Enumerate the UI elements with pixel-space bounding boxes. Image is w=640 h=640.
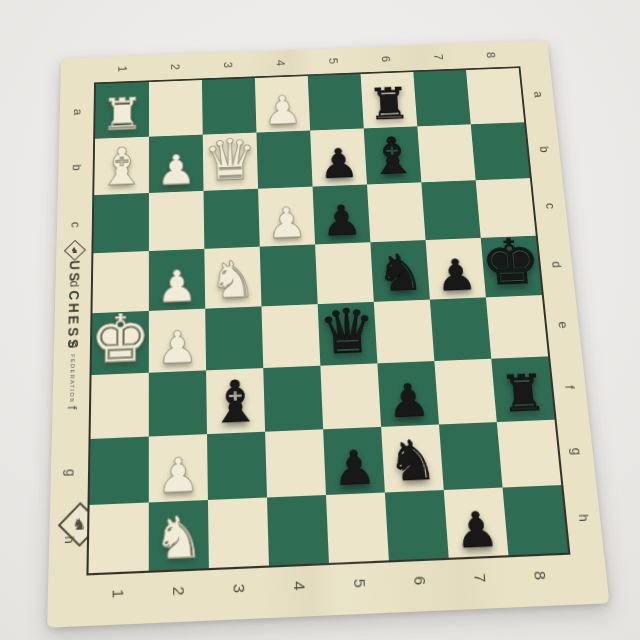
square-h3[interactable] [208,497,269,568]
square-f2[interactable] [149,370,207,436]
square-g6[interactable]: ♞ [381,424,444,492]
square-b3[interactable]: ♛ [203,133,258,191]
black-bishop-f3: ♝ [209,372,263,432]
square-c1[interactable] [93,193,149,253]
square-g5[interactable]: ♟ [323,427,385,495]
square-e8[interactable] [486,295,548,359]
square-b6[interactable]: ♝ [364,126,422,184]
square-c5[interactable]: ♟ [313,184,371,244]
square-g7[interactable] [439,422,503,490]
square-g4[interactable] [265,429,326,497]
square-g8[interactable] [497,420,561,488]
black-knight-d6: ♞ [375,248,426,300]
square-f4[interactable] [263,366,323,432]
us-chess-knight-icon: ♞ [64,240,86,261]
square-h6[interactable] [385,490,449,560]
square-d5[interactable] [315,242,374,304]
square-d7[interactable]: ♟ [426,238,486,300]
square-e2[interactable]: ♟ [149,309,206,373]
black-pawn-g5: ♟ [332,443,377,492]
square-e1[interactable]: ♚ [92,311,149,375]
square-d4[interactable] [260,244,318,306]
square-e3[interactable] [205,306,263,370]
square-b7[interactable] [417,124,475,182]
square-a5[interactable] [308,74,364,130]
square-f5[interactable] [320,363,381,429]
square-a8[interactable] [466,68,524,124]
black-pawn-f6: ♟ [386,377,431,425]
square-c2[interactable] [149,191,204,251]
square-d3[interactable]: ♞ [204,247,261,309]
us-chess-logo: ♞ US CHESS FEDERATION [57,242,90,406]
black-rook-a6: ♜ [366,81,412,126]
square-b8[interactable] [471,122,530,180]
white-pawn-a4: ♟ [263,90,303,131]
us-chess-logo-title: US CHESS [65,260,83,351]
square-g2[interactable]: ♟ [149,434,208,502]
square-h5[interactable] [326,493,389,563]
black-knight-g6: ♞ [386,433,439,490]
white-knight-h2: ♞ [153,509,204,569]
square-d6[interactable]: ♞ [370,240,430,302]
white-pawn-d2: ♟ [157,264,198,309]
white-pawn-c4: ♟ [266,201,307,244]
square-h2[interactable]: ♞ [149,500,209,571]
square-f8[interactable]: ♜ [491,356,554,422]
square-h7[interactable]: ♟ [444,488,509,558]
square-b2[interactable]: ♟ [149,135,204,193]
square-a3[interactable] [202,78,257,135]
square-c4[interactable]: ♟ [258,187,315,247]
board: ♜♟♜♝♟♛♟♝♟♟♟♞♞♟♚♚♟♛♝♟♜♟♟♞♞♟ [89,68,569,573]
square-f6[interactable]: ♟ [377,361,439,427]
black-pawn-h7: ♟ [453,505,500,556]
square-c6[interactable] [367,182,426,242]
black-pawn-d7: ♟ [434,253,478,298]
square-d8[interactable]: ♚ [481,236,542,298]
white-pawn-b2: ♟ [156,149,196,191]
white-knight-d3: ♞ [209,254,258,306]
square-g1[interactable] [90,437,149,505]
white-queen-b3: ♛ [203,131,259,189]
us-chess-logo-subtitle: FEDERATION [69,354,76,403]
square-h8[interactable] [503,485,569,555]
black-pawn-b5: ♟ [318,143,359,185]
square-f1[interactable] [91,373,149,439]
square-e7[interactable] [430,297,491,361]
white-bishop-b1: ♝ [97,140,147,193]
square-d2[interactable]: ♟ [149,249,205,311]
square-b5[interactable]: ♟ [310,128,367,186]
square-h1[interactable] [89,502,149,573]
square-a2[interactable] [149,80,203,137]
square-g3[interactable] [207,432,267,500]
square-c7[interactable] [421,180,480,240]
white-king-e1: ♚ [90,305,151,373]
square-c3[interactable] [204,189,260,249]
white-pawn-g2: ♟ [157,451,200,500]
square-e4[interactable] [261,304,320,368]
square-a6[interactable]: ♜ [361,72,418,128]
square-a4[interactable]: ♟ [255,76,310,133]
square-f7[interactable] [434,359,496,425]
white-pawn-e2: ♟ [157,324,198,370]
black-pawn-c5: ♟ [321,199,363,242]
square-h4[interactable] [267,495,329,565]
white-rook-a1: ♜ [100,92,143,137]
black-bishop-b6: ♝ [366,130,419,183]
square-e5[interactable]: ♛ [318,302,378,366]
square-e6[interactable] [374,300,435,364]
black-rook-f8: ♜ [498,367,549,419]
square-c8[interactable] [476,178,536,238]
black-queen-e5: ♛ [317,300,377,364]
square-a7[interactable] [413,70,470,126]
black-king-d8: ♚ [478,230,543,295]
square-b4[interactable] [256,130,312,188]
chess-mat: 12345678 12345678 abcdefgh abcdefgh ♞ US… [47,40,609,627]
square-b1[interactable]: ♝ [94,137,149,195]
square-f3[interactable]: ♝ [206,368,265,434]
board-frame: ♜♟♜♝♟♛♟♝♟♟♟♞♞♟♚♚♟♛♝♟♜♟♟♞♞♟ [86,66,570,575]
square-d1[interactable] [92,251,148,313]
square-a1[interactable]: ♜ [95,82,149,139]
